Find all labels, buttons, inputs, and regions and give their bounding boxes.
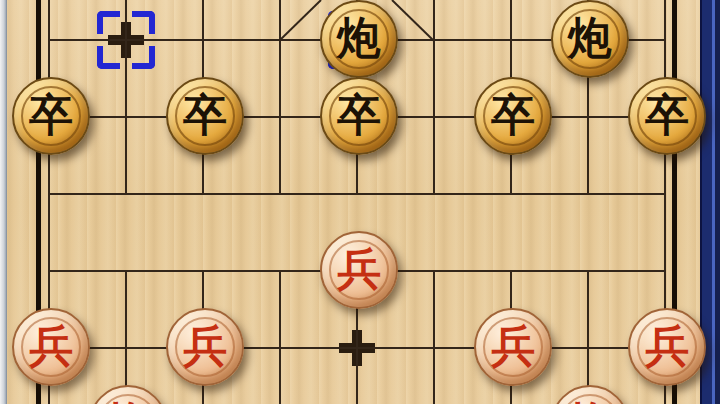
piece-glyph: 兵	[183, 324, 227, 368]
black-soldier-i3[interactable]: 卒	[628, 77, 706, 155]
piece-glyph: 卒	[337, 93, 381, 137]
red-soldier-c6[interactable]: 兵	[166, 308, 244, 386]
last-move-highlight-b2	[97, 11, 155, 69]
red-soldier-i6[interactable]: 兵	[628, 308, 706, 386]
black-soldier-a3[interactable]: 卒	[12, 77, 90, 155]
xiangqi-board[interactable]: 炮炮卒卒卒卒卒兵兵兵兵兵炮炮	[0, 0, 720, 404]
piece-glyph: 兵	[29, 324, 73, 368]
piece-glyph: 兵	[337, 247, 381, 291]
piece-glyph: 兵	[491, 324, 535, 368]
red-soldier-a6[interactable]: 兵	[12, 308, 90, 386]
black-soldier-e3[interactable]: 卒	[320, 77, 398, 155]
piece-glyph: 卒	[183, 93, 227, 137]
piece-glyph: 炮	[337, 16, 381, 60]
red-soldier-g6[interactable]: 兵	[474, 308, 552, 386]
black-soldier-c3[interactable]: 卒	[166, 77, 244, 155]
black-cannon-e2[interactable]: 炮	[320, 0, 398, 78]
piece-glyph: 炮	[568, 16, 612, 60]
piece-glyph: 卒	[645, 93, 689, 137]
piece-glyph: 卒	[491, 93, 535, 137]
black-soldier-g3[interactable]: 卒	[474, 77, 552, 155]
piece-glyph: 卒	[29, 93, 73, 137]
piece-glyph: 兵	[645, 324, 689, 368]
point-marker-e6	[339, 330, 375, 366]
black-cannon-h2[interactable]: 炮	[551, 0, 629, 78]
red-soldier-e5[interactable]: 兵	[320, 231, 398, 309]
